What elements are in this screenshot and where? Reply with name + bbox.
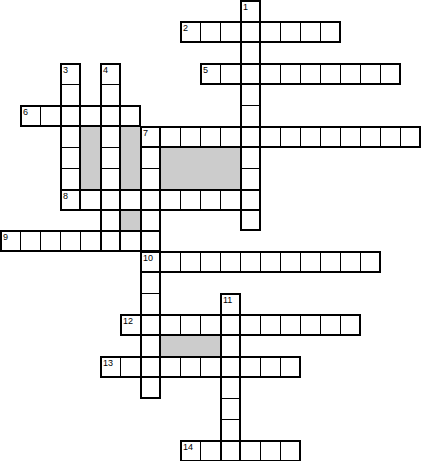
crossword-cell[interactable] — [280, 21, 301, 43]
crossword-cell[interactable] — [220, 293, 241, 315]
blocked-gray-region — [120, 210, 141, 231]
crossword-cell[interactable] — [220, 21, 241, 43]
crossword-cell[interactable] — [240, 251, 261, 273]
crossword-cell[interactable] — [60, 84, 81, 106]
crossword-cell[interactable] — [160, 126, 181, 148]
crossword-cell[interactable] — [160, 356, 181, 378]
crossword-cell[interactable] — [340, 314, 361, 336]
crossword-cell[interactable] — [320, 251, 341, 273]
crossword-cell[interactable] — [160, 251, 181, 273]
crossword-cell[interactable] — [40, 230, 61, 252]
crossword-cell[interactable] — [260, 21, 281, 43]
crossword-cell[interactable] — [260, 251, 281, 273]
crossword-cell[interactable] — [300, 21, 321, 43]
crossword-cell[interactable] — [100, 230, 121, 252]
crossword-cell[interactable] — [320, 63, 341, 85]
crossword-cell[interactable] — [240, 147, 261, 169]
crossword-cell[interactable] — [100, 126, 121, 148]
crossword-cell[interactable] — [0, 230, 21, 252]
crossword-cell[interactable] — [100, 168, 121, 190]
crossword-cell[interactable] — [100, 147, 121, 169]
crossword-cell[interactable] — [180, 251, 201, 273]
crossword-cell[interactable] — [220, 419, 241, 441]
crossword-cell[interactable] — [140, 147, 161, 169]
crossword-cell[interactable] — [200, 356, 221, 378]
crossword-cell[interactable] — [100, 63, 121, 85]
crossword-cell[interactable] — [140, 272, 161, 294]
crossword-cell[interactable] — [240, 63, 261, 85]
crossword-cell[interactable] — [180, 21, 201, 43]
crossword-cell[interactable] — [100, 84, 121, 106]
crossword-cell[interactable] — [120, 189, 141, 211]
crossword-cell[interactable] — [100, 189, 121, 211]
crossword-cell[interactable] — [220, 440, 241, 461]
crossword-cell[interactable] — [60, 189, 81, 211]
crossword-cell[interactable] — [360, 63, 381, 85]
crossword-cell[interactable] — [140, 230, 161, 252]
crossword-cell[interactable] — [200, 189, 221, 211]
crossword-cell[interactable] — [280, 126, 301, 148]
crossword-cell[interactable] — [300, 314, 321, 336]
crossword-cell[interactable] — [180, 356, 201, 378]
blocked-gray-region — [120, 126, 141, 190]
crossword-cell[interactable] — [140, 293, 161, 315]
crossword-cell[interactable] — [180, 189, 201, 211]
crossword-cell[interactable] — [200, 63, 221, 85]
crossword-cell[interactable] — [360, 126, 381, 148]
crossword-cell[interactable] — [240, 168, 261, 190]
crossword-cell[interactable] — [120, 230, 141, 252]
crossword-cell[interactable] — [60, 63, 81, 85]
crossword-cell[interactable] — [80, 189, 101, 211]
crossword-board: 1234567891011121314 — [0, 0, 421, 461]
crossword-cell[interactable] — [260, 440, 281, 461]
crossword-cell[interactable] — [400, 126, 421, 148]
crossword-cell[interactable] — [380, 63, 401, 85]
crossword-cell[interactable] — [100, 210, 121, 231]
crossword-cell[interactable] — [40, 105, 61, 127]
blocked-gray-region — [160, 335, 221, 357]
crossword-cell[interactable] — [320, 126, 341, 148]
crossword-cell[interactable] — [200, 314, 221, 336]
blocked-gray-region — [160, 147, 241, 190]
crossword-cell[interactable] — [100, 105, 121, 127]
crossword-cell[interactable] — [200, 126, 221, 148]
crossword-cell[interactable] — [240, 189, 261, 211]
crossword-cell[interactable] — [280, 63, 301, 85]
crossword-cell[interactable] — [80, 105, 101, 127]
crossword-cell[interactable] — [340, 251, 361, 273]
crossword-cell[interactable] — [200, 251, 221, 273]
crossword-cell[interactable] — [300, 251, 321, 273]
crossword-cell[interactable] — [60, 168, 81, 190]
crossword-cell[interactable] — [140, 210, 161, 231]
crossword-cell[interactable] — [120, 314, 141, 336]
crossword-cell[interactable] — [180, 314, 201, 336]
crossword-cell[interactable] — [60, 147, 81, 169]
crossword-cell[interactable] — [320, 21, 341, 43]
crossword-cell[interactable] — [240, 105, 261, 127]
crossword-cell[interactable] — [240, 0, 261, 22]
crossword-cell[interactable] — [260, 314, 281, 336]
crossword-cell[interactable] — [220, 356, 241, 378]
crossword-cell[interactable] — [160, 314, 181, 336]
crossword-cell[interactable] — [220, 335, 241, 357]
crossword-cell[interactable] — [240, 84, 261, 106]
crossword-cell[interactable] — [140, 335, 161, 357]
crossword-cell[interactable] — [180, 440, 201, 461]
crossword-cell[interactable] — [180, 126, 201, 148]
crossword-cell[interactable] — [280, 440, 301, 461]
crossword-cell[interactable] — [220, 63, 241, 85]
crossword-cell[interactable] — [240, 42, 261, 64]
crossword-cell[interactable] — [20, 105, 41, 127]
crossword-cell[interactable] — [140, 251, 161, 273]
crossword-cell[interactable] — [360, 251, 381, 273]
crossword-cell[interactable] — [80, 230, 101, 252]
crossword-cell[interactable] — [320, 314, 341, 336]
crossword-cell[interactable] — [220, 314, 241, 336]
crossword-cell[interactable] — [120, 356, 141, 378]
crossword-cell[interactable] — [240, 210, 261, 231]
crossword-cell[interactable] — [300, 126, 321, 148]
crossword-cell[interactable] — [200, 21, 221, 43]
crossword-cell[interactable] — [140, 377, 161, 399]
crossword-cell[interactable] — [260, 63, 281, 85]
crossword-cell[interactable] — [240, 356, 261, 378]
crossword-cell[interactable] — [60, 230, 81, 252]
crossword-cell[interactable] — [340, 126, 361, 148]
crossword-cell[interactable] — [240, 126, 261, 148]
blocked-gray-region — [80, 126, 101, 190]
crossword-cell[interactable] — [280, 251, 301, 273]
crossword-cell[interactable] — [20, 230, 41, 252]
crossword-cell[interactable] — [220, 126, 241, 148]
crossword-cell[interactable] — [240, 440, 261, 461]
crossword-cell[interactable] — [200, 440, 221, 461]
crossword-cell[interactable] — [220, 377, 241, 399]
crossword-cell[interactable] — [140, 356, 161, 378]
crossword-cell[interactable] — [160, 189, 181, 211]
crossword-cell[interactable] — [240, 314, 261, 336]
crossword-cell[interactable] — [300, 63, 321, 85]
crossword-cell[interactable] — [220, 251, 241, 273]
crossword-cell[interactable] — [220, 189, 241, 211]
crossword-cell[interactable] — [60, 126, 81, 148]
crossword-cell[interactable] — [140, 314, 161, 336]
crossword-cell[interactable] — [260, 126, 281, 148]
crossword-cell[interactable] — [240, 21, 261, 43]
crossword-cell[interactable] — [100, 356, 121, 378]
crossword-cell[interactable] — [280, 314, 301, 336]
crossword-cell[interactable] — [60, 105, 81, 127]
crossword-cell[interactable] — [220, 398, 241, 420]
crossword-cell[interactable] — [140, 168, 161, 190]
crossword-cell[interactable] — [140, 189, 161, 211]
crossword-cell[interactable] — [140, 126, 161, 148]
crossword-cell[interactable] — [380, 126, 401, 148]
crossword-cell[interactable] — [280, 356, 301, 378]
crossword-cell[interactable] — [340, 63, 361, 85]
crossword-cell[interactable] — [120, 105, 141, 127]
crossword-cell[interactable] — [260, 356, 281, 378]
